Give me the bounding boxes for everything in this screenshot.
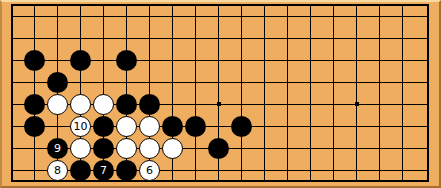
grid-line-vertical: [379, 6, 380, 180]
white-stone: [93, 94, 114, 115]
grid-line-horizontal: [13, 38, 427, 39]
black-stone: [162, 116, 183, 137]
grid-line-vertical: [356, 6, 357, 180]
star-point: [355, 102, 359, 106]
black-stone: [116, 50, 137, 71]
black-stone: [139, 94, 160, 115]
grid-line-vertical: [287, 6, 288, 180]
white-stone: [116, 116, 137, 137]
black-stone: [208, 138, 229, 159]
black-stone-move-7: 7: [93, 160, 114, 181]
black-stone: [24, 50, 45, 71]
go-board: 109876: [2, 2, 439, 186]
white-stone: [116, 138, 137, 159]
black-stone: [47, 72, 68, 93]
black-stone: [24, 116, 45, 137]
white-stone: [139, 138, 160, 159]
grid-line-vertical: [402, 6, 403, 180]
white-stone: [70, 138, 91, 159]
grid-line-horizontal: [13, 16, 427, 17]
white-stone-move-10: 10: [70, 116, 91, 137]
black-stone: [70, 160, 91, 181]
black-stone: [116, 94, 137, 115]
grid-line-vertical: [195, 6, 196, 180]
white-stone: [47, 94, 68, 115]
star-point: [217, 102, 221, 106]
white-stone: [139, 116, 160, 137]
black-stone: [231, 116, 252, 137]
black-stone: [24, 94, 45, 115]
black-stone: [93, 116, 114, 137]
white-stone-move-8: 8: [47, 160, 68, 181]
black-stone: [70, 50, 91, 71]
white-stone-move-6: 6: [139, 160, 160, 181]
black-stone-move-9: 9: [47, 138, 68, 159]
grid-line-horizontal: [13, 82, 427, 83]
grid-line-vertical: [264, 6, 265, 180]
black-stone: [93, 138, 114, 159]
grid-line-vertical: [310, 6, 311, 180]
black-stone: [116, 160, 137, 181]
white-stone: [70, 94, 91, 115]
grid-line-vertical: [241, 6, 242, 180]
white-stone: [162, 138, 183, 159]
grid-line-vertical: [333, 6, 334, 180]
black-stone: [185, 116, 206, 137]
go-diagram: 109876: [0, 0, 441, 188]
